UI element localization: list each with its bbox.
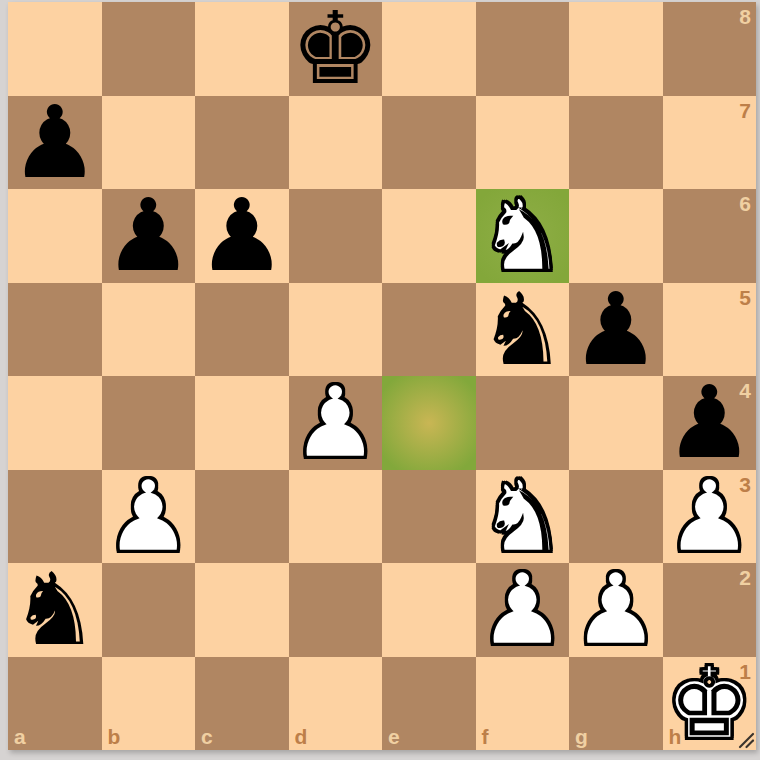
square-a6[interactable] <box>8 189 102 283</box>
square-d3[interactable] <box>289 470 383 564</box>
square-b1[interactable]: b <box>102 657 196 751</box>
rank-label-7: 7 <box>739 100 751 121</box>
file-label-b: b <box>108 726 121 747</box>
square-b7[interactable] <box>102 96 196 190</box>
black-pawn-piece[interactable]: ♟ <box>571 283 661 376</box>
black-knight-piece[interactable]: ♞ <box>10 563 100 656</box>
square-e3[interactable] <box>382 470 476 564</box>
square-c7[interactable] <box>195 96 289 190</box>
square-d4[interactable]: ♟ <box>289 376 383 470</box>
chess-board: ♚8♟7♟♟♞6♞♟5♟4♟♟♞3♟♞♟♟2abcdefg1h♚ <box>8 2 756 750</box>
square-c6[interactable]: ♟ <box>195 189 289 283</box>
square-e4[interactable] <box>382 376 476 470</box>
square-h5[interactable]: 5 <box>663 283 757 377</box>
square-a7[interactable]: ♟ <box>8 96 102 190</box>
square-d8[interactable]: ♚ <box>289 2 383 96</box>
square-a5[interactable] <box>8 283 102 377</box>
white-pawn-piece[interactable]: ♟ <box>477 563 567 656</box>
square-a4[interactable] <box>8 376 102 470</box>
file-label-a: a <box>14 726 26 747</box>
rank-label-2: 2 <box>739 567 751 588</box>
square-d5[interactable] <box>289 283 383 377</box>
white-knight-piece[interactable]: ♞ <box>477 189 567 282</box>
square-f3[interactable]: ♞ <box>476 470 570 564</box>
square-g8[interactable] <box>569 2 663 96</box>
square-a2[interactable]: ♞ <box>8 563 102 657</box>
square-e2[interactable] <box>382 563 476 657</box>
white-pawn-piece[interactable]: ♟ <box>103 470 193 563</box>
square-b3[interactable]: ♟ <box>102 470 196 564</box>
square-c4[interactable] <box>195 376 289 470</box>
square-g1[interactable]: g <box>569 657 663 751</box>
white-pawn-piece[interactable]: ♟ <box>571 563 661 656</box>
square-c2[interactable] <box>195 563 289 657</box>
square-g5[interactable]: ♟ <box>569 283 663 377</box>
square-h2[interactable]: 2 <box>663 563 757 657</box>
square-g3[interactable] <box>569 470 663 564</box>
square-d1[interactable]: d <box>289 657 383 751</box>
black-pawn-piece[interactable]: ♟ <box>10 96 100 189</box>
black-pawn-piece[interactable]: ♟ <box>197 189 287 282</box>
square-c1[interactable]: c <box>195 657 289 751</box>
black-pawn-piece[interactable]: ♟ <box>664 376 754 469</box>
white-knight-piece[interactable]: ♞ <box>477 470 567 563</box>
white-pawn-piece[interactable]: ♟ <box>664 470 754 563</box>
rank-label-5: 5 <box>739 287 751 308</box>
black-knight-piece[interactable]: ♞ <box>477 283 567 376</box>
square-b8[interactable] <box>102 2 196 96</box>
black-pawn-piece[interactable]: ♟ <box>103 189 193 282</box>
square-d7[interactable] <box>289 96 383 190</box>
square-e8[interactable] <box>382 2 476 96</box>
board-resize-handle-icon[interactable] <box>737 731 755 749</box>
square-h4[interactable]: 4♟ <box>663 376 757 470</box>
square-b6[interactable]: ♟ <box>102 189 196 283</box>
black-king-piece[interactable]: ♚ <box>290 2 380 95</box>
square-a8[interactable] <box>8 2 102 96</box>
square-a3[interactable] <box>8 470 102 564</box>
square-h3[interactable]: 3♟ <box>663 470 757 564</box>
square-e7[interactable] <box>382 96 476 190</box>
white-pawn-piece[interactable]: ♟ <box>290 376 380 469</box>
square-d2[interactable] <box>289 563 383 657</box>
square-d6[interactable] <box>289 189 383 283</box>
square-e1[interactable]: e <box>382 657 476 751</box>
square-g7[interactable] <box>569 96 663 190</box>
file-label-d: d <box>295 726 308 747</box>
square-e6[interactable] <box>382 189 476 283</box>
file-label-f: f <box>482 726 489 747</box>
square-c3[interactable] <box>195 470 289 564</box>
square-b4[interactable] <box>102 376 196 470</box>
square-f2[interactable]: ♟ <box>476 563 570 657</box>
file-label-g: g <box>575 726 588 747</box>
square-h8[interactable]: 8 <box>663 2 757 96</box>
rank-label-6: 6 <box>739 193 751 214</box>
square-f6[interactable]: ♞ <box>476 189 570 283</box>
rank-label-8: 8 <box>739 6 751 27</box>
square-b2[interactable] <box>102 563 196 657</box>
square-g2[interactable]: ♟ <box>569 563 663 657</box>
square-f4[interactable] <box>476 376 570 470</box>
square-f1[interactable]: f <box>476 657 570 751</box>
square-c8[interactable] <box>195 2 289 96</box>
square-a1[interactable]: a <box>8 657 102 751</box>
square-g6[interactable] <box>569 189 663 283</box>
square-f5[interactable]: ♞ <box>476 283 570 377</box>
square-f8[interactable] <box>476 2 570 96</box>
square-e5[interactable] <box>382 283 476 377</box>
square-b5[interactable] <box>102 283 196 377</box>
square-h7[interactable]: 7 <box>663 96 757 190</box>
square-g4[interactable] <box>569 376 663 470</box>
square-c5[interactable] <box>195 283 289 377</box>
square-f7[interactable] <box>476 96 570 190</box>
file-label-e: e <box>388 726 400 747</box>
file-label-c: c <box>201 726 213 747</box>
square-h6[interactable]: 6 <box>663 189 757 283</box>
